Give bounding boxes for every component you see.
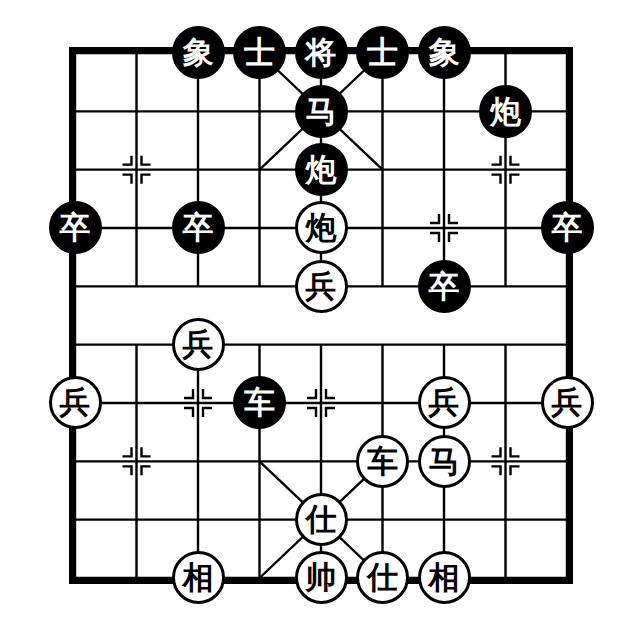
- piece-black-advisor[interactable]: 士: [356, 26, 409, 79]
- piece-red-soldier[interactable]: 兵: [49, 376, 102, 429]
- piece-red-soldier[interactable]: 兵: [295, 260, 348, 313]
- piece-red-elephant[interactable]: 相: [172, 551, 225, 604]
- board-grid: 象士将士象马炮炮卒卒炮卒兵卒兵兵车兵兵车马仕相帅仕相: [44, 24, 598, 607]
- piece-black-soldier[interactable]: 卒: [541, 201, 594, 254]
- piece-red-horse[interactable]: 马: [418, 435, 471, 488]
- piece-red-general[interactable]: 帅: [295, 551, 348, 604]
- piece-red-soldier[interactable]: 兵: [172, 318, 225, 371]
- piece-black-horse[interactable]: 马: [295, 85, 348, 138]
- piece-red-chariot[interactable]: 车: [356, 435, 409, 488]
- piece-black-elephant[interactable]: 象: [172, 26, 225, 79]
- piece-red-advisor[interactable]: 仕: [295, 493, 348, 546]
- piece-black-soldier[interactable]: 卒: [172, 201, 225, 254]
- xiangqi-diagram: 象士将士象马炮炮卒卒炮卒兵卒兵兵车兵兵车马仕相帅仕相: [0, 0, 640, 640]
- piece-black-cannon[interactable]: 炮: [295, 143, 348, 196]
- piece-red-cannon[interactable]: 炮: [295, 201, 348, 254]
- piece-red-elephant[interactable]: 相: [418, 551, 471, 604]
- piece-red-advisor[interactable]: 仕: [356, 551, 409, 604]
- piece-black-advisor[interactable]: 士: [233, 26, 286, 79]
- piece-black-elephant[interactable]: 象: [418, 26, 471, 79]
- piece-black-general[interactable]: 将: [295, 26, 348, 79]
- piece-black-soldier[interactable]: 卒: [49, 201, 102, 254]
- piece-red-soldier[interactable]: 兵: [541, 376, 594, 429]
- piece-black-cannon[interactable]: 炮: [479, 85, 532, 138]
- piece-red-soldier[interactable]: 兵: [418, 376, 471, 429]
- piece-black-soldier[interactable]: 卒: [418, 260, 471, 313]
- piece-black-chariot[interactable]: 车: [233, 376, 286, 429]
